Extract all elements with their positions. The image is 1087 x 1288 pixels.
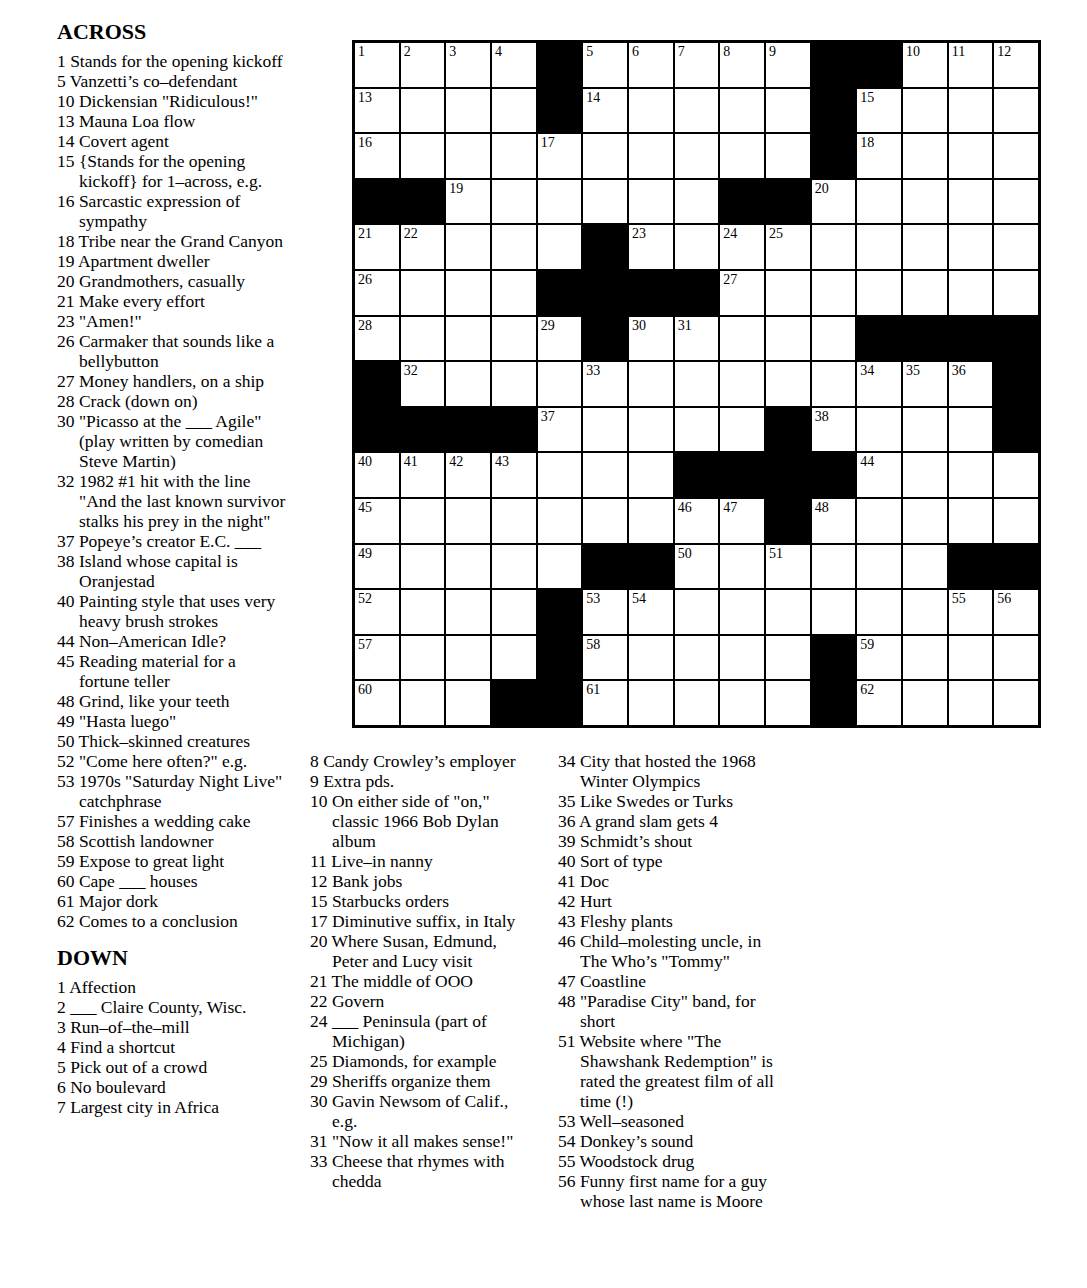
cell-number: 17 [541, 135, 555, 150]
cell-number: 16 [358, 135, 372, 150]
grid-cell[interactable] [948, 680, 994, 726]
grid-cell[interactable]: 27 [719, 270, 765, 316]
black-cell [537, 88, 583, 134]
grid-cell[interactable] [719, 544, 765, 590]
grid-cell[interactable] [491, 316, 537, 362]
grid-cell[interactable] [491, 498, 537, 544]
right-clue-column: 34 City that hosted the 1968 Winter Olym… [558, 751, 786, 1211]
grid-cell[interactable] [948, 452, 994, 498]
clue-number: 50 [57, 731, 75, 751]
cell-number: 28 [358, 318, 372, 333]
grid-cell[interactable]: 24 [719, 224, 765, 270]
grid-cell[interactable] [491, 270, 537, 316]
cell-number: 31 [678, 318, 692, 333]
clue-number: 52 [57, 751, 75, 771]
grid-cell[interactable]: 9 [765, 42, 811, 88]
clue-number: 48 [558, 991, 576, 1011]
grid-cell[interactable]: 17 [537, 133, 583, 179]
grid-cell[interactable]: 45 [354, 498, 400, 544]
grid-cell[interactable] [445, 316, 491, 362]
clue-across-44: 44 Non–American Idle? [57, 631, 287, 651]
grid-cell[interactable]: 49 [354, 544, 400, 590]
grid-cell[interactable] [902, 498, 948, 544]
grid-cell[interactable] [902, 635, 948, 681]
grid-cell[interactable]: 2 [400, 42, 446, 88]
cell-number: 51 [769, 546, 783, 561]
clue-number: 5 [57, 71, 66, 91]
grid-cell[interactable] [445, 680, 491, 726]
grid-cell[interactable]: 31 [674, 316, 720, 362]
grid-cell[interactable] [445, 270, 491, 316]
grid-cell[interactable]: 30 [628, 316, 674, 362]
grid-cell[interactable] [491, 179, 537, 225]
grid-cell[interactable] [491, 589, 537, 635]
grid-cell[interactable] [400, 589, 446, 635]
grid-cell[interactable] [993, 270, 1039, 316]
clue-down-24: 24 ___ Peninsula (part of Michigan) [310, 1011, 534, 1051]
grid-cell[interactable] [856, 589, 902, 635]
clue-down-17: 17 Diminutive suffix, in Italy [310, 911, 534, 931]
grid-cell[interactable]: 6 [628, 42, 674, 88]
clue-number: 40 [57, 591, 75, 611]
black-cell [811, 133, 857, 179]
cell-number: 37 [541, 409, 555, 424]
grid-cell[interactable]: 25 [765, 224, 811, 270]
grid-cell[interactable] [537, 361, 583, 407]
clue-number: 57 [57, 811, 75, 831]
grid-cell[interactable] [400, 680, 446, 726]
grid-cell[interactable]: 14 [582, 88, 628, 134]
grid-cell[interactable]: 3 [445, 42, 491, 88]
black-cell [445, 407, 491, 453]
grid-cell[interactable]: 20 [811, 179, 857, 225]
clue-down-54: 54 Donkey’s sound [558, 1131, 786, 1151]
cell-number: 33 [586, 363, 600, 378]
grid-cell[interactable] [765, 680, 811, 726]
clue-down-41: 41 Doc [558, 871, 786, 891]
grid-cell[interactable]: 23 [628, 224, 674, 270]
black-cell [811, 88, 857, 134]
black-cell [537, 270, 583, 316]
grid-cell[interactable] [765, 589, 811, 635]
grid-cell[interactable]: 19 [445, 179, 491, 225]
grid-cell[interactable] [856, 224, 902, 270]
grid-cell[interactable] [902, 133, 948, 179]
clue-across-30: 30 "Picasso at the ___ Agile" (play writ… [57, 411, 287, 471]
grid-cell[interactable] [400, 544, 446, 590]
grid-cell[interactable] [582, 452, 628, 498]
clue-number: 53 [57, 771, 75, 791]
grid-cell[interactable] [719, 635, 765, 681]
grid-cell[interactable] [400, 635, 446, 681]
cell-number: 48 [815, 500, 829, 515]
grid-cell[interactable] [674, 224, 720, 270]
grid-cell[interactable]: 26 [354, 270, 400, 316]
grid-cell[interactable]: 41 [400, 452, 446, 498]
black-cell [537, 42, 583, 88]
grid-cell[interactable] [811, 316, 857, 362]
clue-across-59: 59 Expose to great light [57, 851, 287, 871]
cell-number: 27 [723, 272, 737, 287]
grid-cell[interactable]: 50 [674, 544, 720, 590]
grid-cell[interactable] [948, 133, 994, 179]
black-cell [491, 680, 537, 726]
clue-number: 56 [558, 1171, 576, 1191]
clue-number: 14 [57, 131, 75, 151]
clue-across-21: 21 Make every effort [57, 291, 287, 311]
black-cell [628, 544, 674, 590]
grid-cell[interactable] [400, 133, 446, 179]
grid-cell[interactable] [811, 589, 857, 635]
clue-number: 1 [57, 977, 66, 997]
cell-number: 24 [723, 226, 737, 241]
cell-number: 55 [952, 591, 966, 606]
grid-cell[interactable] [628, 407, 674, 453]
grid-cell[interactable] [765, 88, 811, 134]
grid-cell[interactable] [765, 635, 811, 681]
grid-cell[interactable]: 43 [491, 452, 537, 498]
cell-number: 50 [678, 546, 692, 561]
grid-cell[interactable]: 62 [856, 680, 902, 726]
grid-cell[interactable] [993, 452, 1039, 498]
clue-down-29: 29 Sheriffs organize them [310, 1071, 534, 1091]
grid-cell[interactable] [719, 88, 765, 134]
grid-cell[interactable] [948, 407, 994, 453]
grid-cell[interactable] [993, 680, 1039, 726]
clue-number: 25 [310, 1051, 328, 1071]
grid-cell[interactable] [491, 133, 537, 179]
black-cell [582, 544, 628, 590]
grid-cell[interactable] [902, 452, 948, 498]
clue-across-5: 5 Vanzetti’s co–defendant [57, 71, 287, 91]
grid-cell[interactable] [765, 361, 811, 407]
grid-cell[interactable] [445, 498, 491, 544]
grid-cell[interactable] [993, 88, 1039, 134]
grid-cell[interactable] [948, 224, 994, 270]
grid-cell[interactable]: 12 [993, 42, 1039, 88]
grid-cell[interactable]: 60 [354, 680, 400, 726]
black-cell [993, 544, 1039, 590]
grid-cell[interactable] [491, 635, 537, 681]
clue-number: 45 [57, 651, 75, 671]
clue-across-49: 49 "Hasta luego" [57, 711, 287, 731]
grid-cell[interactable] [811, 361, 857, 407]
grid-cell[interactable]: 4 [491, 42, 537, 88]
grid-cell[interactable]: 40 [354, 452, 400, 498]
cell-number: 41 [404, 454, 418, 469]
clue-down-25: 25 Diamonds, for example [310, 1051, 534, 1071]
clue-number: 53 [558, 1111, 576, 1131]
clue-number: 1 [57, 51, 66, 71]
grid-cell[interactable] [400, 316, 446, 362]
down-clues-right: 34 City that hosted the 1968 Winter Olym… [558, 751, 786, 1211]
grid-cell[interactable] [537, 179, 583, 225]
grid-cell[interactable] [628, 179, 674, 225]
clue-across-60: 60 Cape ___ houses [57, 871, 287, 891]
grid-cell[interactable] [400, 498, 446, 544]
grid-cell[interactable]: 55 [948, 589, 994, 635]
cell-number: 53 [586, 591, 600, 606]
grid-cell[interactable]: 33 [582, 361, 628, 407]
grid-cell[interactable] [491, 361, 537, 407]
clue-down-11: 11 Live–in nanny [310, 851, 534, 871]
grid-cell[interactable] [674, 635, 720, 681]
grid-cell[interactable]: 47 [719, 498, 765, 544]
grid-cell[interactable] [993, 224, 1039, 270]
clue-number: 10 [57, 91, 75, 111]
grid-cell[interactable] [674, 589, 720, 635]
clue-across-58: 58 Scottish landowner [57, 831, 287, 851]
clue-down-3: 3 Run–of–the–mill [57, 1017, 287, 1037]
grid-cell[interactable]: 37 [537, 407, 583, 453]
grid-cell[interactable] [993, 635, 1039, 681]
grid-cell[interactable]: 28 [354, 316, 400, 362]
grid-cell[interactable] [445, 635, 491, 681]
cell-number: 21 [358, 226, 372, 241]
grid-cell[interactable] [491, 544, 537, 590]
cell-number: 3 [449, 44, 456, 59]
grid-cell[interactable] [674, 88, 720, 134]
grid-cell[interactable] [400, 88, 446, 134]
grid-cell[interactable] [856, 498, 902, 544]
clue-number: 40 [558, 851, 576, 871]
grid-cell[interactable] [948, 88, 994, 134]
grid-cell[interactable] [948, 270, 994, 316]
grid-cell[interactable]: 59 [856, 635, 902, 681]
grid-cell[interactable]: 53 [582, 589, 628, 635]
clue-across-23: 23 "Amen!" [57, 311, 287, 331]
grid-cell[interactable] [628, 635, 674, 681]
grid-cell[interactable] [719, 680, 765, 726]
grid-cell[interactable]: 29 [537, 316, 583, 362]
clue-across-32: 32 1982 #1 hit with the line "And the la… [57, 471, 287, 531]
grid-cell[interactable]: 48 [811, 498, 857, 544]
grid-cell[interactable] [765, 316, 811, 362]
clue-number: 36 [558, 811, 576, 831]
clue-number: 4 [57, 1037, 66, 1057]
grid-cell[interactable] [674, 680, 720, 726]
grid-cell[interactable] [993, 133, 1039, 179]
grid-cell[interactable] [856, 270, 902, 316]
cell-number: 45 [358, 500, 372, 515]
grid-cell[interactable] [856, 544, 902, 590]
cell-number: 36 [952, 363, 966, 378]
grid-cell[interactable]: 13 [354, 88, 400, 134]
cell-number: 25 [769, 226, 783, 241]
grid-cell[interactable] [445, 544, 491, 590]
clue-across-45: 45 Reading material for a fortune teller [57, 651, 287, 691]
cell-number: 49 [358, 546, 372, 561]
clue-down-42: 42 Hurt [558, 891, 786, 911]
clue-number: 21 [57, 291, 75, 311]
grid-cell[interactable] [902, 88, 948, 134]
clue-down-31: 31 "Now it all makes sense!" [310, 1131, 534, 1151]
clue-number: 18 [57, 231, 75, 251]
clue-down-22: 22 Govern [310, 991, 534, 1011]
cell-number: 44 [860, 454, 874, 469]
black-cell [400, 407, 446, 453]
down-header: DOWN [57, 946, 287, 970]
cell-number: 14 [586, 90, 600, 105]
grid-cell[interactable]: 18 [856, 133, 902, 179]
grid-cell[interactable]: 21 [354, 224, 400, 270]
grid-cell[interactable] [948, 635, 994, 681]
grid-cell[interactable] [628, 452, 674, 498]
cell-number: 58 [586, 637, 600, 652]
grid-cell[interactable]: 56 [993, 589, 1039, 635]
grid-cell[interactable]: 36 [948, 361, 994, 407]
grid-cell[interactable] [582, 133, 628, 179]
grid-cell[interactable] [537, 452, 583, 498]
grid-cell[interactable] [491, 88, 537, 134]
clue-down-15: 15 Starbucks orders [310, 891, 534, 911]
grid-cell[interactable] [765, 133, 811, 179]
grid-cell[interactable] [628, 133, 674, 179]
clue-number: 12 [310, 871, 328, 891]
grid-cell[interactable] [811, 270, 857, 316]
clue-across-19: 19 Apartment dweller [57, 251, 287, 271]
grid-cell[interactable]: 8 [719, 42, 765, 88]
grid-cell[interactable]: 34 [856, 361, 902, 407]
cell-number: 15 [860, 90, 874, 105]
clue-down-12: 12 Bank jobs [310, 871, 534, 891]
grid-cell[interactable]: 57 [354, 635, 400, 681]
clue-down-34: 34 City that hosted the 1968 Winter Olym… [558, 751, 786, 791]
clue-number: 37 [57, 531, 75, 551]
clue-number: 58 [57, 831, 75, 851]
grid-cell[interactable] [856, 407, 902, 453]
grid-cell[interactable]: 58 [582, 635, 628, 681]
grid-cell[interactable] [445, 133, 491, 179]
clue-across-10: 10 Dickensian "Ridiculous!" [57, 91, 287, 111]
grid-cell[interactable]: 52 [354, 589, 400, 635]
black-cell [719, 179, 765, 225]
grid-cell[interactable] [628, 680, 674, 726]
grid-cell[interactable] [582, 407, 628, 453]
grid-cell[interactable] [948, 179, 994, 225]
grid-cell[interactable]: 22 [400, 224, 446, 270]
grid-cell[interactable] [765, 270, 811, 316]
grid-cell[interactable] [628, 88, 674, 134]
grid-cell[interactable] [537, 224, 583, 270]
grid-cell[interactable]: 15 [856, 88, 902, 134]
grid-cell[interactable] [948, 498, 994, 544]
grid-cell[interactable]: 46 [674, 498, 720, 544]
grid-cell[interactable] [719, 589, 765, 635]
grid-cell[interactable] [674, 407, 720, 453]
grid-cell[interactable] [902, 589, 948, 635]
clue-number: 15 [310, 891, 328, 911]
cell-number: 59 [860, 637, 874, 652]
cell-number: 29 [541, 318, 555, 333]
grid-cell[interactable] [811, 224, 857, 270]
cell-number: 46 [678, 500, 692, 515]
cell-number: 12 [997, 44, 1011, 59]
clue-number: 61 [57, 891, 75, 911]
grid-cell[interactable] [902, 224, 948, 270]
black-cell [993, 316, 1039, 362]
cell-number: 5 [586, 44, 593, 59]
grid-cell[interactable]: 32 [400, 361, 446, 407]
clue-across-20: 20 Grandmothers, casually [57, 271, 287, 291]
grid-cell[interactable]: 51 [765, 544, 811, 590]
grid-cell[interactable] [628, 361, 674, 407]
grid-cell[interactable] [993, 498, 1039, 544]
clue-down-48: 48 "Paradise City" band, for short [558, 991, 786, 1031]
grid-cell[interactable] [537, 544, 583, 590]
grid-cell[interactable] [400, 270, 446, 316]
grid-cell[interactable] [719, 133, 765, 179]
grid-cell[interactable] [628, 498, 674, 544]
across-clues: 1 Stands for the opening kickoff5 Vanzet… [57, 51, 287, 931]
grid-cell[interactable]: 42 [445, 452, 491, 498]
grid-cell[interactable]: 10 [902, 42, 948, 88]
grid-cell[interactable]: 61 [582, 680, 628, 726]
cell-number: 54 [632, 591, 646, 606]
grid-cell[interactable] [537, 498, 583, 544]
grid-cell[interactable] [902, 179, 948, 225]
grid-cell[interactable] [445, 88, 491, 134]
grid-cell[interactable]: 1 [354, 42, 400, 88]
clue-down-47: 47 Coastline [558, 971, 786, 991]
cell-number: 22 [404, 226, 418, 241]
cell-number: 4 [495, 44, 502, 59]
cell-number: 34 [860, 363, 874, 378]
grid-cell[interactable] [582, 179, 628, 225]
grid-cell[interactable] [856, 179, 902, 225]
grid-cell[interactable] [719, 316, 765, 362]
cell-number: 57 [358, 637, 372, 652]
grid-cell[interactable] [811, 544, 857, 590]
clue-down-8: 8 Candy Crowley’s employer [310, 751, 534, 771]
grid-cell[interactable] [902, 680, 948, 726]
grid-cell[interactable]: 44 [856, 452, 902, 498]
grid-cell[interactable] [445, 224, 491, 270]
grid-cell[interactable]: 7 [674, 42, 720, 88]
grid-cell[interactable] [902, 544, 948, 590]
grid-cell[interactable] [674, 133, 720, 179]
grid-cell[interactable] [719, 361, 765, 407]
grid-cell[interactable] [445, 361, 491, 407]
clue-number: 16 [57, 191, 75, 211]
grid-cell[interactable]: 35 [902, 361, 948, 407]
grid-cell[interactable]: 5 [582, 42, 628, 88]
grid-cell[interactable] [902, 270, 948, 316]
grid-cell[interactable] [993, 179, 1039, 225]
grid-cell[interactable] [674, 361, 720, 407]
grid-cell[interactable]: 38 [811, 407, 857, 453]
clue-number: 42 [558, 891, 576, 911]
clue-number: 35 [558, 791, 576, 811]
grid-cell[interactable]: 54 [628, 589, 674, 635]
clue-number: 46 [558, 931, 576, 951]
grid-cell[interactable] [445, 589, 491, 635]
cell-number: 43 [495, 454, 509, 469]
clue-down-1: 1 Affection [57, 977, 287, 997]
grid-cell[interactable] [582, 498, 628, 544]
clue-number: 13 [57, 111, 75, 131]
grid-cell[interactable] [491, 224, 537, 270]
clue-number: 28 [57, 391, 75, 411]
grid-cell[interactable] [719, 407, 765, 453]
grid-cell[interactable] [902, 407, 948, 453]
grid-cell[interactable]: 16 [354, 133, 400, 179]
cell-number: 52 [358, 591, 372, 606]
black-cell [537, 635, 583, 681]
grid-cell[interactable] [674, 179, 720, 225]
clue-number: 48 [57, 691, 75, 711]
grid-cell[interactable]: 11 [948, 42, 994, 88]
